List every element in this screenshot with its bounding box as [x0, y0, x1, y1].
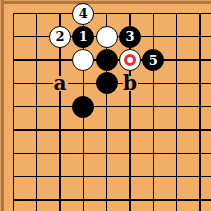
- point-label-a: a: [53, 76, 68, 91]
- white-stone-circled: [119, 49, 141, 71]
- grid-line-vertical: [199, 13, 200, 211]
- white-stone-move-2: 2: [49, 26, 71, 48]
- black-stone-move-5: 5: [142, 49, 164, 71]
- grid-line-horizontal: [13, 106, 211, 107]
- white-stone-move-4: 4: [72, 3, 94, 25]
- grid-line-vertical: [153, 13, 154, 211]
- grid-line-horizontal: [13, 13, 211, 14]
- point-label-b: b: [123, 76, 138, 91]
- grid-line-horizontal: [13, 129, 211, 130]
- black-stone: [96, 49, 118, 71]
- black-stone-move-3: 3: [119, 26, 141, 48]
- black-stone: [72, 96, 94, 118]
- grid-line-vertical: [36, 13, 37, 211]
- board-edge-left: [0, 0, 4, 211]
- white-stone: [96, 26, 118, 48]
- grid-line-horizontal: [13, 199, 211, 200]
- go-board: ab42135: [0, 0, 211, 211]
- black-stone: [96, 72, 118, 94]
- circle-mark-icon: [124, 54, 136, 66]
- grid-line-vertical: [176, 13, 177, 211]
- grid-line-horizontal: [13, 176, 211, 177]
- white-stone: [72, 49, 94, 71]
- grid-line-vertical: [13, 13, 14, 211]
- board-edge-top: [0, 0, 211, 4]
- grid-line-horizontal: [13, 153, 211, 154]
- black-stone-move-1: 1: [72, 26, 94, 48]
